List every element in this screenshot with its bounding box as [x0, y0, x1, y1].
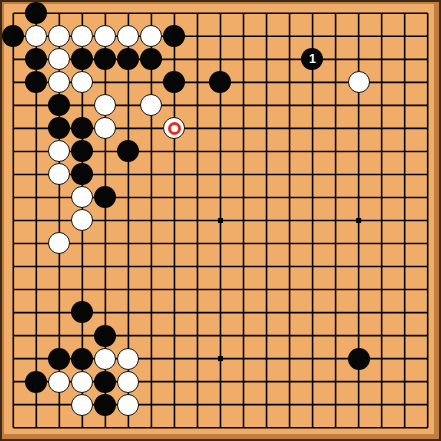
- move-number-label: 1: [309, 53, 316, 66]
- go-stone-white: [117, 348, 139, 370]
- go-stone-black: [48, 348, 70, 370]
- go-stone-black: [94, 394, 116, 416]
- go-stone-black: [94, 186, 116, 208]
- go-stone-black: [94, 371, 116, 393]
- go-stone-black: [71, 163, 93, 185]
- go-stone-black: [71, 48, 93, 70]
- go-stone-white: [48, 25, 70, 47]
- go-stone-black: [117, 140, 139, 162]
- go-stone-white: [163, 117, 185, 139]
- go-stone-white: [71, 186, 93, 208]
- go-stone-white: [48, 163, 70, 185]
- go-stone-black: [71, 348, 93, 370]
- go-stone-white: [117, 394, 139, 416]
- go-stone-white: [94, 94, 116, 116]
- go-stone-black: [163, 25, 185, 47]
- go-stone-white: [140, 25, 162, 47]
- go-stone-white: [348, 71, 370, 93]
- go-stone-black: [163, 71, 185, 93]
- go-stone-black: [2, 25, 24, 47]
- go-stone-white: [71, 394, 93, 416]
- go-stone-white: [48, 371, 70, 393]
- go-stone-black: 1: [301, 48, 323, 70]
- go-stone-white: [117, 371, 139, 393]
- go-stone-white: [94, 25, 116, 47]
- go-stone-black: [71, 117, 93, 139]
- go-stone-white: [71, 371, 93, 393]
- go-stone-black: [25, 371, 47, 393]
- go-stone-black: [209, 71, 231, 93]
- go-stone-black: [140, 48, 162, 70]
- go-stone-white: [140, 94, 162, 116]
- go-stone-black: [94, 48, 116, 70]
- go-stone-white: [25, 25, 47, 47]
- go-stone-white: [48, 71, 70, 93]
- go-stone-black: [71, 301, 93, 323]
- go-stone-white: [94, 348, 116, 370]
- go-stone-white: [71, 209, 93, 231]
- go-stone-black: [94, 325, 116, 347]
- go-stone-black: [71, 140, 93, 162]
- go-stone-black: [25, 48, 47, 70]
- go-stone-white: [48, 140, 70, 162]
- go-stone-black: [25, 71, 47, 93]
- go-stone-white: [48, 232, 70, 254]
- go-stone-white: [94, 117, 116, 139]
- go-stone-black: [117, 48, 139, 70]
- go-stone-black: [348, 348, 370, 370]
- go-board: 1: [0, 0, 441, 441]
- go-stone-black: [25, 2, 47, 24]
- circle-marker: [168, 122, 181, 135]
- go-stone-white: [48, 48, 70, 70]
- go-stone-white: [117, 25, 139, 47]
- go-stone-black: [48, 117, 70, 139]
- go-stone-white: [71, 25, 93, 47]
- stones-layer: 1: [2, 2, 439, 439]
- go-stone-black: [48, 94, 70, 116]
- go-stone-white: [71, 71, 93, 93]
